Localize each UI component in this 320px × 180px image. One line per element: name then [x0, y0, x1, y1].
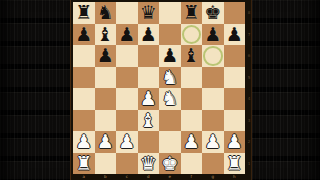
- piece-black-rook: ♜: [181, 2, 203, 24]
- square-f2[interactable]: ♟: [181, 131, 203, 153]
- square-a1[interactable]: ♜: [73, 153, 95, 175]
- piece-black-pawn: ♟: [138, 24, 160, 46]
- square-e7[interactable]: [159, 24, 181, 46]
- square-c6[interactable]: [116, 45, 138, 67]
- square-d2[interactable]: [138, 131, 160, 153]
- square-f6[interactable]: ♝: [181, 45, 203, 67]
- square-g1[interactable]: [202, 153, 224, 175]
- square-e8[interactable]: [159, 2, 181, 24]
- square-h6[interactable]: [224, 45, 246, 67]
- square-e6[interactable]: ♟: [159, 45, 181, 67]
- square-c2[interactable]: ♟: [116, 131, 138, 153]
- piece-black-pawn: ♟: [202, 24, 224, 46]
- square-d6[interactable]: [138, 45, 160, 67]
- square-h4[interactable]: [224, 88, 246, 110]
- piece-black-rook: ♜: [73, 2, 95, 24]
- square-d3[interactable]: ♝: [138, 110, 160, 132]
- rank-label-1: 1: [246, 153, 252, 175]
- piece-white-pawn: ♟: [138, 88, 160, 110]
- highlight-ring-g6: [203, 46, 223, 66]
- piece-white-pawn: ♟: [95, 131, 117, 153]
- square-a8[interactable]: ♜: [73, 2, 95, 24]
- square-b5[interactable]: [95, 67, 117, 89]
- file-label-a: a: [73, 174, 95, 180]
- piece-white-rook: ♜: [224, 153, 246, 175]
- piece-black-pawn: ♟: [116, 24, 138, 46]
- piece-black-pawn: ♟: [95, 45, 117, 67]
- chess-board: ♜♞♛♜♚♟♝♟♟♟♟♟♟♝♞♟♞♝♟♟♟♟♟♟♜♛♚♜: [73, 2, 245, 174]
- square-e3[interactable]: [159, 110, 181, 132]
- file-label-d: d: [138, 174, 160, 180]
- piece-white-queen: ♛: [138, 153, 160, 175]
- highlight-ring-f7: [182, 25, 202, 45]
- square-c7[interactable]: ♟: [116, 24, 138, 46]
- square-f1[interactable]: [181, 153, 203, 175]
- square-b4[interactable]: [95, 88, 117, 110]
- square-g8[interactable]: ♚: [202, 2, 224, 24]
- piece-black-king: ♚: [202, 2, 224, 24]
- square-a4[interactable]: [73, 88, 95, 110]
- piece-black-bishop: ♝: [181, 45, 203, 67]
- square-e5[interactable]: ♞: [159, 67, 181, 89]
- piece-black-pawn: ♟: [159, 45, 181, 67]
- square-a5[interactable]: [73, 67, 95, 89]
- file-label-b: b: [95, 174, 117, 180]
- square-b7[interactable]: ♝: [95, 24, 117, 46]
- square-c8[interactable]: [116, 2, 138, 24]
- piece-white-knight: ♞: [159, 67, 181, 89]
- square-d7[interactable]: ♟: [138, 24, 160, 46]
- square-d8[interactable]: ♛: [138, 2, 160, 24]
- video-frame: ♜♞♛♜♚♟♝♟♟♟♟♟♟♝♞♟♞♝♟♟♟♟♟♟♜♛♚♜ abcdefgh 87…: [0, 0, 320, 180]
- square-d1[interactable]: ♛: [138, 153, 160, 175]
- piece-white-pawn: ♟: [73, 131, 95, 153]
- file-coordinates: abcdefgh: [73, 174, 245, 180]
- square-a3[interactable]: [73, 110, 95, 132]
- square-e2[interactable]: [159, 131, 181, 153]
- piece-black-pawn: ♟: [73, 24, 95, 46]
- square-g7[interactable]: ♟: [202, 24, 224, 46]
- rank-label-7: 7: [246, 24, 252, 46]
- square-g3[interactable]: [202, 110, 224, 132]
- square-h8[interactable]: [224, 2, 246, 24]
- square-b2[interactable]: ♟: [95, 131, 117, 153]
- square-d4[interactable]: ♟: [138, 88, 160, 110]
- file-label-f: f: [181, 174, 203, 180]
- square-b3[interactable]: [95, 110, 117, 132]
- square-a2[interactable]: ♟: [73, 131, 95, 153]
- rank-label-2: 2: [246, 131, 252, 153]
- square-h1[interactable]: ♜: [224, 153, 246, 175]
- square-h5[interactable]: [224, 67, 246, 89]
- piece-white-king: ♚: [159, 153, 181, 175]
- square-c4[interactable]: [116, 88, 138, 110]
- square-c1[interactable]: [116, 153, 138, 175]
- chess-board-frame: ♜♞♛♜♚♟♝♟♟♟♟♟♟♝♞♟♞♝♟♟♟♟♟♟♜♛♚♜ abcdefgh 87…: [70, 0, 252, 180]
- square-d5[interactable]: [138, 67, 160, 89]
- rank-label-4: 4: [246, 88, 252, 110]
- square-c3[interactable]: [116, 110, 138, 132]
- piece-white-knight: ♞: [159, 88, 181, 110]
- square-g5[interactable]: [202, 67, 224, 89]
- file-label-e: e: [159, 174, 181, 180]
- square-f8[interactable]: ♜: [181, 2, 203, 24]
- piece-black-knight: ♞: [95, 2, 117, 24]
- square-f4[interactable]: [181, 88, 203, 110]
- bookshelf-background-left: [0, 0, 70, 180]
- square-e1[interactable]: ♚: [159, 153, 181, 175]
- rank-coordinates: 87654321: [246, 2, 252, 174]
- square-f3[interactable]: [181, 110, 203, 132]
- piece-white-pawn: ♟: [224, 131, 246, 153]
- rank-label-6: 6: [246, 45, 252, 67]
- piece-white-pawn: ♟: [116, 131, 138, 153]
- rank-label-3: 3: [246, 110, 252, 132]
- square-g2[interactable]: ♟: [202, 131, 224, 153]
- square-g4[interactable]: [202, 88, 224, 110]
- square-b6[interactable]: ♟: [95, 45, 117, 67]
- piece-black-pawn: ♟: [224, 24, 246, 46]
- rank-label-5: 5: [246, 67, 252, 89]
- bookshelf-background-right: [252, 0, 320, 180]
- piece-white-pawn: ♟: [202, 131, 224, 153]
- piece-black-bishop: ♝: [95, 24, 117, 46]
- file-label-g: g: [202, 174, 224, 180]
- square-f7[interactable]: [181, 24, 203, 46]
- piece-white-rook: ♜: [73, 153, 95, 175]
- rank-label-8: 8: [246, 2, 252, 24]
- square-a7[interactable]: ♟: [73, 24, 95, 46]
- square-h2[interactable]: ♟: [224, 131, 246, 153]
- square-a6[interactable]: [73, 45, 95, 67]
- piece-white-pawn: ♟: [181, 131, 203, 153]
- file-label-h: h: [224, 174, 246, 180]
- square-b1[interactable]: [95, 153, 117, 175]
- square-c5[interactable]: [116, 67, 138, 89]
- file-label-c: c: [116, 174, 138, 180]
- square-f5[interactable]: [181, 67, 203, 89]
- square-b8[interactable]: ♞: [95, 2, 117, 24]
- square-g6[interactable]: [202, 45, 224, 67]
- piece-black-queen: ♛: [138, 2, 160, 24]
- piece-white-bishop: ♝: [138, 110, 160, 132]
- square-e4[interactable]: ♞: [159, 88, 181, 110]
- square-h3[interactable]: [224, 110, 246, 132]
- square-h7[interactable]: ♟: [224, 24, 246, 46]
